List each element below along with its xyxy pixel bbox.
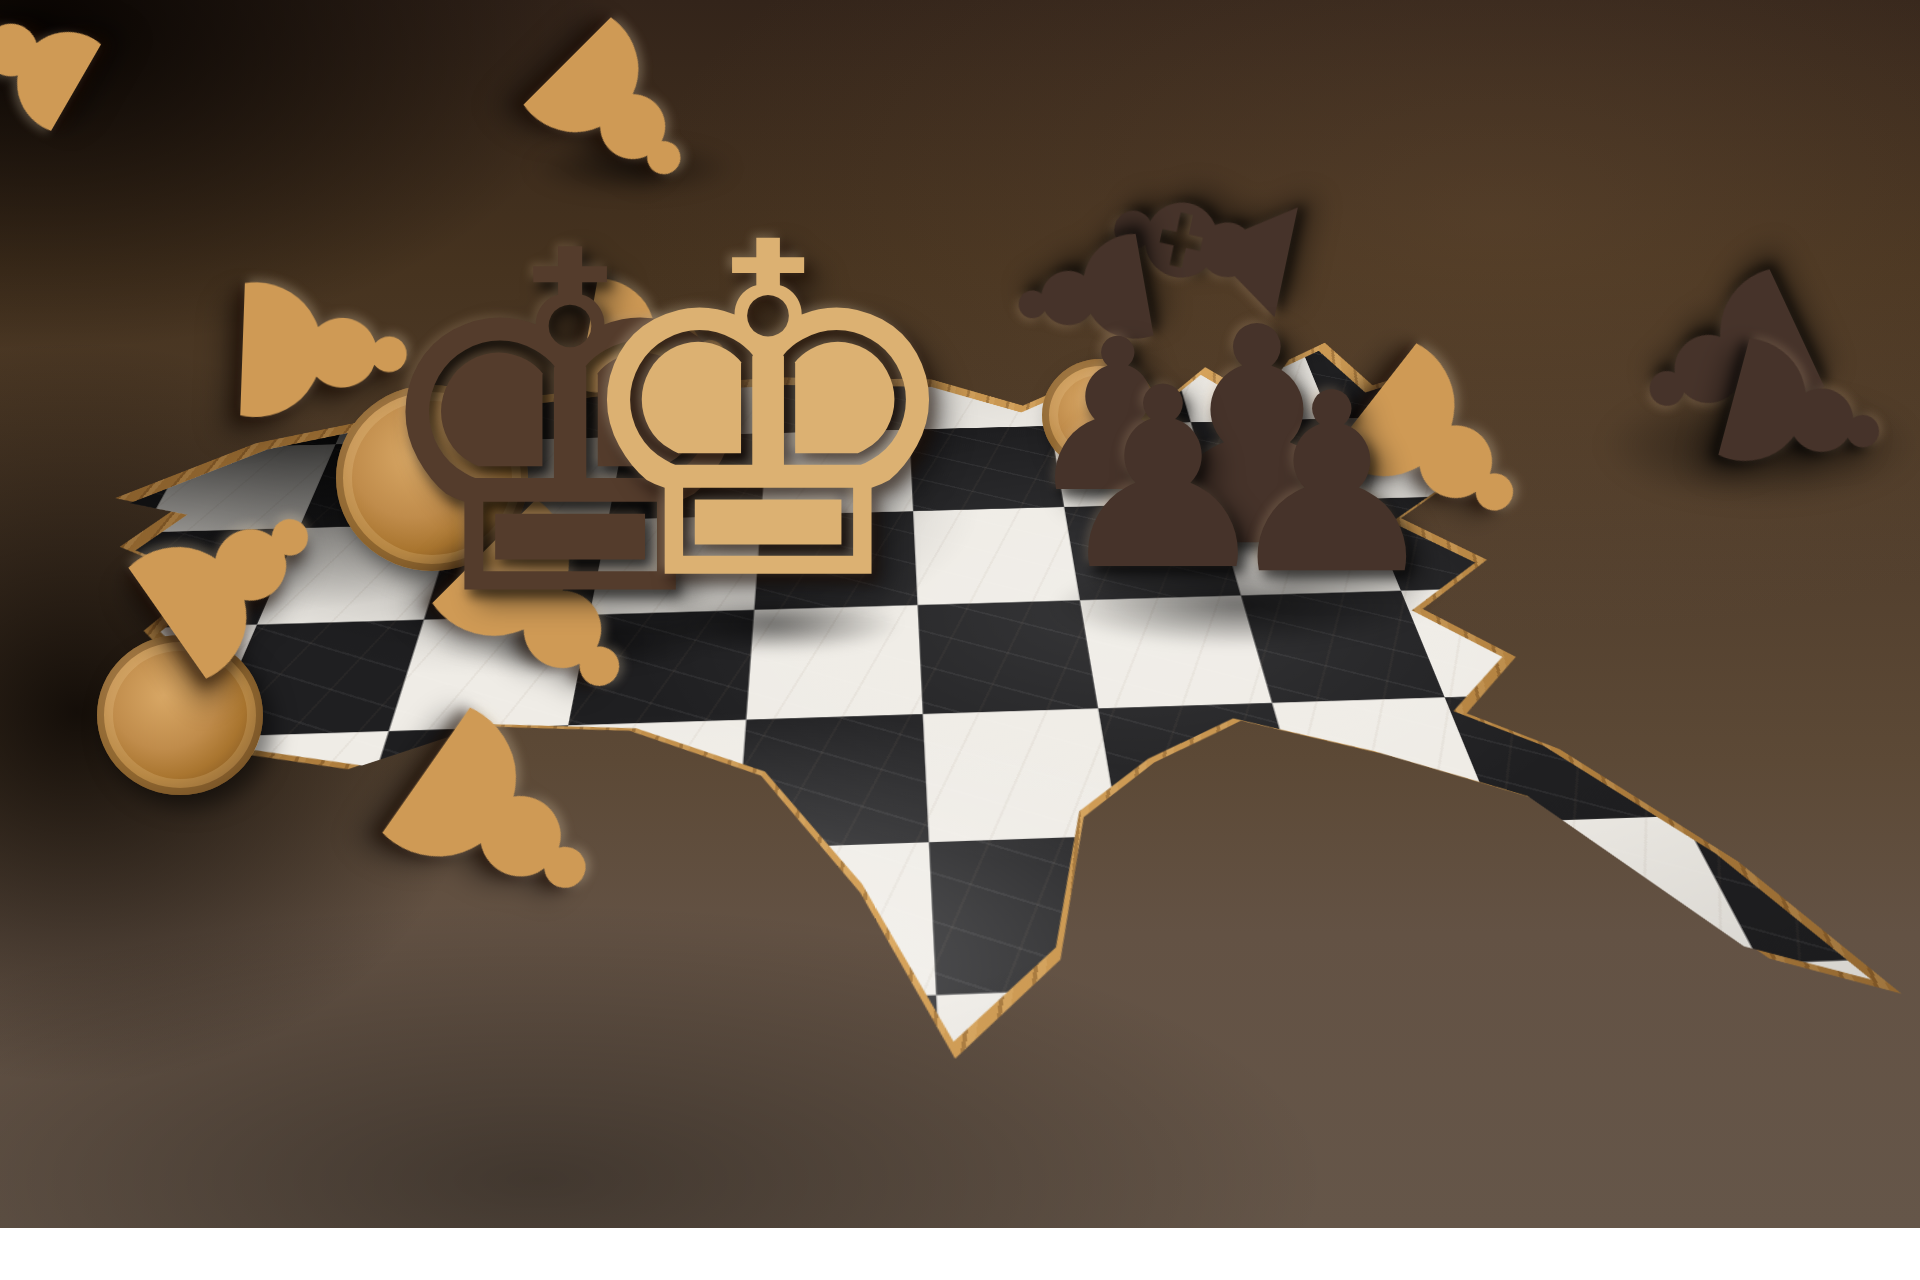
scene: ♝ ♟ ♟ ♟ ♟ ♟ ♟ ♟ ♚ ♚ ♟ ♟ ♟ ♟ ♟ ♟ ♟ ♟ — [0, 0, 1920, 1280]
white-pawn-glyph: ♟ — [0, 0, 149, 173]
black-pawn-right-table-2[interactable]: ♟ — [1679, 300, 1920, 531]
black-pawn-glyph: ♟ — [1221, 340, 1443, 628]
black-pawn-standing-3[interactable]: ♟ — [1221, 360, 1443, 608]
white-king[interactable]: ♚ — [562, 185, 974, 645]
bottom-white-margin — [0, 1228, 1920, 1280]
white-piece-top-left[interactable]: ♟ — [0, 0, 137, 166]
table-surface: ♝ ♟ ♟ ♟ ♟ ♟ ♟ ♟ ♚ ♚ ♟ ♟ ♟ ♟ ♟ ♟ ♟ ♟ — [0, 0, 1920, 1228]
